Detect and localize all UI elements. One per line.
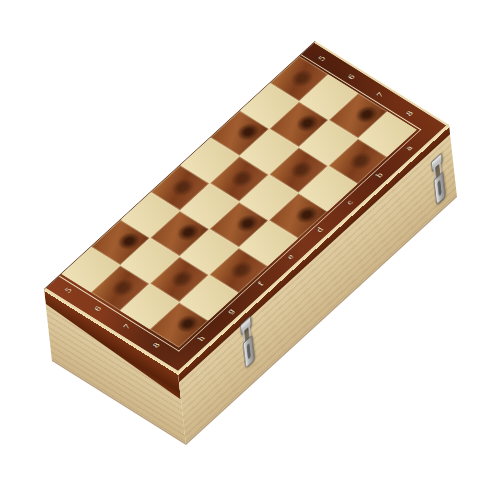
front-clasp-far (428, 150, 449, 210)
clasp-lever (433, 171, 445, 205)
clasp-lever (243, 335, 255, 369)
product-photo: 5678 5678 hgfedcba (0, 0, 500, 500)
